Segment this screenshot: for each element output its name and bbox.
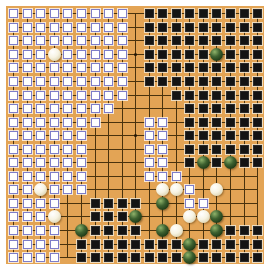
- black-territory-marker: [185, 158, 194, 167]
- white-territory-marker: [104, 50, 113, 59]
- white-territory-marker: [77, 158, 86, 167]
- black-territory-marker: [226, 240, 235, 249]
- go-board[interactable]: [6, 6, 264, 264]
- black-territory-marker: [240, 131, 249, 140]
- white-territory-marker: [36, 118, 45, 127]
- black-territory-marker: [172, 77, 181, 86]
- black-territory-marker: [226, 145, 235, 154]
- black-territory-marker: [212, 145, 221, 154]
- black-territory-marker: [118, 253, 127, 262]
- black-territory-marker: [240, 226, 249, 235]
- white-territory-marker: [9, 158, 18, 167]
- white-territory-marker: [91, 9, 100, 18]
- black-territory-marker: [131, 253, 140, 262]
- black-territory-marker: [199, 36, 208, 45]
- white-territory-marker: [9, 91, 18, 100]
- white-territory-marker: [23, 240, 32, 249]
- white-territory-marker: [23, 118, 32, 127]
- white-territory-marker: [63, 91, 72, 100]
- black-territory-marker: [131, 240, 140, 249]
- black-territory-marker: [185, 50, 194, 59]
- white-territory-marker: [104, 9, 113, 18]
- black-territory-marker: [212, 77, 221, 86]
- black-territory-marker: [91, 199, 100, 208]
- white-territory-marker: [172, 172, 181, 181]
- black-territory-marker: [91, 212, 100, 221]
- white-territory-marker: [9, 63, 18, 72]
- black-stone: [156, 197, 169, 210]
- white-territory-marker: [77, 50, 86, 59]
- black-territory-marker: [185, 131, 194, 140]
- black-stone: [183, 238, 196, 251]
- black-territory-marker: [240, 50, 249, 59]
- black-territory-marker: [199, 131, 208, 140]
- white-territory-marker: [199, 199, 208, 208]
- black-territory-marker: [185, 145, 194, 154]
- black-territory-marker: [253, 91, 262, 100]
- white-territory-marker: [9, 104, 18, 113]
- black-territory-marker: [185, 104, 194, 113]
- white-territory-marker: [63, 172, 72, 181]
- white-territory-marker: [50, 226, 59, 235]
- black-territory-marker: [226, 63, 235, 72]
- black-territory-marker: [158, 36, 167, 45]
- star-point: [134, 134, 137, 137]
- white-territory-marker: [36, 240, 45, 249]
- white-territory-marker: [185, 199, 194, 208]
- white-territory-marker: [118, 63, 127, 72]
- white-territory-marker: [91, 63, 100, 72]
- white-territory-marker: [23, 145, 32, 154]
- black-territory-marker: [185, 23, 194, 32]
- black-territory-marker: [199, 145, 208, 154]
- black-territory-marker: [172, 36, 181, 45]
- black-stone: [75, 224, 88, 237]
- black-territory-marker: [226, 23, 235, 32]
- black-territory-marker: [240, 77, 249, 86]
- black-stone: [156, 224, 169, 237]
- black-territory-marker: [145, 77, 154, 86]
- black-territory-marker: [185, 9, 194, 18]
- black-territory-marker: [253, 63, 262, 72]
- white-territory-marker: [23, 77, 32, 86]
- white-territory-marker: [63, 131, 72, 140]
- white-territory-marker: [63, 23, 72, 32]
- black-territory-marker: [199, 240, 208, 249]
- white-territory-marker: [50, 199, 59, 208]
- white-territory-marker: [104, 36, 113, 45]
- white-territory-marker: [9, 172, 18, 181]
- black-territory-marker: [253, 9, 262, 18]
- white-territory-marker: [36, 104, 45, 113]
- white-territory-marker: [104, 77, 113, 86]
- black-territory-marker: [226, 118, 235, 127]
- white-territory-marker: [118, 9, 127, 18]
- black-territory-marker: [199, 77, 208, 86]
- white-territory-marker: [36, 23, 45, 32]
- white-territory-marker: [50, 158, 59, 167]
- white-territory-marker: [9, 199, 18, 208]
- black-territory-marker: [240, 36, 249, 45]
- white-territory-marker: [36, 91, 45, 100]
- black-territory-marker: [253, 36, 262, 45]
- white-territory-marker: [50, 131, 59, 140]
- white-territory-marker: [50, 91, 59, 100]
- white-territory-marker: [9, 77, 18, 86]
- white-territory-marker: [9, 185, 18, 194]
- white-territory-marker: [9, 240, 18, 249]
- white-territory-marker: [23, 50, 32, 59]
- white-territory-marker: [36, 131, 45, 140]
- black-territory-marker: [199, 50, 208, 59]
- black-territory-marker: [240, 240, 249, 249]
- white-territory-marker: [145, 118, 154, 127]
- white-territory-marker: [9, 253, 18, 262]
- black-territory-marker: [212, 9, 221, 18]
- white-territory-marker: [118, 50, 127, 59]
- white-territory-marker: [158, 118, 167, 127]
- black-territory-marker: [212, 91, 221, 100]
- white-territory-marker: [50, 172, 59, 181]
- white-territory-marker: [50, 23, 59, 32]
- black-territory-marker: [172, 23, 181, 32]
- white-territory-marker: [36, 63, 45, 72]
- black-territory-marker: [185, 77, 194, 86]
- white-territory-marker: [36, 253, 45, 262]
- white-territory-marker: [23, 172, 32, 181]
- white-territory-marker: [77, 118, 86, 127]
- white-territory-marker: [63, 118, 72, 127]
- black-territory-marker: [212, 131, 221, 140]
- white-territory-marker: [63, 145, 72, 154]
- white-territory-marker: [23, 104, 32, 113]
- black-territory-marker: [104, 226, 113, 235]
- black-territory-marker: [226, 104, 235, 113]
- white-territory-marker: [91, 77, 100, 86]
- black-territory-marker: [253, 23, 262, 32]
- black-territory-marker: [104, 212, 113, 221]
- white-territory-marker: [23, 199, 32, 208]
- black-territory-marker: [118, 226, 127, 235]
- black-territory-marker: [145, 253, 154, 262]
- black-territory-marker: [104, 253, 113, 262]
- white-territory-marker: [63, 185, 72, 194]
- black-territory-marker: [91, 240, 100, 249]
- white-stone: [170, 183, 183, 196]
- white-territory-marker: [23, 63, 32, 72]
- white-territory-marker: [77, 63, 86, 72]
- white-territory-marker: [77, 172, 86, 181]
- white-stone: [183, 210, 196, 223]
- white-territory-marker: [9, 212, 18, 221]
- go-app-window: [0, 0, 270, 270]
- black-territory-marker: [145, 9, 154, 18]
- white-territory-marker: [118, 77, 127, 86]
- black-stone: [183, 251, 196, 264]
- white-territory-marker: [36, 36, 45, 45]
- black-territory-marker: [226, 50, 235, 59]
- white-territory-marker: [9, 226, 18, 235]
- black-territory-marker: [145, 36, 154, 45]
- black-territory-marker: [77, 253, 86, 262]
- white-territory-marker: [104, 91, 113, 100]
- white-territory-marker: [9, 145, 18, 154]
- black-territory-marker: [212, 63, 221, 72]
- black-territory-marker: [199, 91, 208, 100]
- white-territory-marker: [91, 118, 100, 127]
- white-territory-marker: [50, 240, 59, 249]
- black-territory-marker: [172, 253, 181, 262]
- black-territory-marker: [226, 77, 235, 86]
- white-territory-marker: [158, 145, 167, 154]
- white-territory-marker: [50, 253, 59, 262]
- black-territory-marker: [226, 253, 235, 262]
- black-territory-marker: [212, 158, 221, 167]
- white-territory-marker: [118, 23, 127, 32]
- black-territory-marker: [226, 9, 235, 18]
- black-territory-marker: [158, 23, 167, 32]
- white-territory-marker: [91, 91, 100, 100]
- black-territory-marker: [172, 50, 181, 59]
- white-stone: [210, 183, 223, 196]
- black-stone: [210, 224, 223, 237]
- black-territory-marker: [185, 63, 194, 72]
- white-territory-marker: [36, 172, 45, 181]
- white-stone: [48, 48, 61, 61]
- black-territory-marker: [253, 145, 262, 154]
- black-territory-marker: [212, 36, 221, 45]
- white-territory-marker: [50, 118, 59, 127]
- black-territory-marker: [158, 50, 167, 59]
- white-territory-marker: [77, 36, 86, 45]
- black-territory-marker: [104, 199, 113, 208]
- black-territory-marker: [226, 36, 235, 45]
- white-territory-marker: [36, 145, 45, 154]
- white-territory-marker: [23, 226, 32, 235]
- white-territory-marker: [63, 158, 72, 167]
- black-territory-marker: [212, 23, 221, 32]
- white-territory-marker: [63, 104, 72, 113]
- white-territory-marker: [158, 131, 167, 140]
- white-territory-marker: [63, 77, 72, 86]
- black-territory-marker: [199, 9, 208, 18]
- black-territory-marker: [158, 240, 167, 249]
- black-territory-marker: [131, 226, 140, 235]
- black-territory-marker: [172, 9, 181, 18]
- white-territory-marker: [118, 91, 127, 100]
- white-territory-marker: [9, 36, 18, 45]
- black-territory-marker: [199, 23, 208, 32]
- black-territory-marker: [253, 253, 262, 262]
- white-territory-marker: [145, 158, 154, 167]
- white-territory-marker: [91, 50, 100, 59]
- white-stone: [170, 224, 183, 237]
- white-territory-marker: [185, 185, 194, 194]
- white-territory-marker: [23, 212, 32, 221]
- black-territory-marker: [253, 158, 262, 167]
- white-stone: [34, 183, 47, 196]
- white-territory-marker: [9, 23, 18, 32]
- black-territory-marker: [91, 253, 100, 262]
- black-territory-marker: [118, 212, 127, 221]
- black-stone: [224, 156, 237, 169]
- black-territory-marker: [145, 23, 154, 32]
- black-stone: [210, 48, 223, 61]
- white-territory-marker: [9, 50, 18, 59]
- white-territory-marker: [77, 104, 86, 113]
- black-territory-marker: [240, 104, 249, 113]
- black-territory-marker: [145, 50, 154, 59]
- black-territory-marker: [240, 158, 249, 167]
- white-territory-marker: [91, 104, 100, 113]
- black-territory-marker: [145, 240, 154, 249]
- white-territory-marker: [50, 145, 59, 154]
- black-territory-marker: [212, 253, 221, 262]
- white-territory-marker: [145, 131, 154, 140]
- white-territory-marker: [145, 172, 154, 181]
- white-territory-marker: [63, 63, 72, 72]
- black-territory-marker: [240, 9, 249, 18]
- black-territory-marker: [226, 131, 235, 140]
- white-territory-marker: [23, 23, 32, 32]
- black-territory-marker: [158, 77, 167, 86]
- white-territory-marker: [50, 63, 59, 72]
- black-territory-marker: [185, 91, 194, 100]
- white-territory-marker: [77, 145, 86, 154]
- white-territory-marker: [50, 104, 59, 113]
- white-territory-marker: [63, 36, 72, 45]
- white-territory-marker: [23, 158, 32, 167]
- black-territory-marker: [253, 50, 262, 59]
- white-territory-marker: [77, 9, 86, 18]
- black-territory-marker: [212, 104, 221, 113]
- white-territory-marker: [23, 253, 32, 262]
- white-territory-marker: [36, 212, 45, 221]
- black-territory-marker: [253, 226, 262, 235]
- white-territory-marker: [104, 104, 113, 113]
- white-territory-marker: [77, 91, 86, 100]
- white-territory-marker: [77, 185, 86, 194]
- black-territory-marker: [131, 199, 140, 208]
- white-territory-marker: [23, 36, 32, 45]
- white-territory-marker: [50, 185, 59, 194]
- black-territory-marker: [199, 118, 208, 127]
- black-territory-marker: [145, 63, 154, 72]
- black-stone: [129, 210, 142, 223]
- black-territory-marker: [240, 145, 249, 154]
- black-territory-marker: [240, 23, 249, 32]
- black-territory-marker: [240, 91, 249, 100]
- black-territory-marker: [158, 63, 167, 72]
- black-stone: [197, 156, 210, 169]
- star-point: [134, 53, 137, 56]
- white-territory-marker: [77, 77, 86, 86]
- white-territory-marker: [118, 36, 127, 45]
- white-stone: [48, 210, 61, 223]
- black-territory-marker: [253, 240, 262, 249]
- white-territory-marker: [50, 77, 59, 86]
- black-territory-marker: [172, 91, 181, 100]
- black-territory-marker: [253, 77, 262, 86]
- black-territory-marker: [172, 240, 181, 249]
- white-territory-marker: [36, 50, 45, 59]
- white-territory-marker: [23, 185, 32, 194]
- white-stone: [156, 183, 169, 196]
- white-territory-marker: [63, 50, 72, 59]
- black-territory-marker: [240, 253, 249, 262]
- black-territory-marker: [199, 253, 208, 262]
- white-territory-marker: [91, 23, 100, 32]
- black-territory-marker: [226, 226, 235, 235]
- white-territory-marker: [36, 226, 45, 235]
- white-stone: [197, 210, 210, 223]
- white-territory-marker: [9, 131, 18, 140]
- white-territory-marker: [104, 23, 113, 32]
- black-territory-marker: [253, 131, 262, 140]
- white-territory-marker: [77, 131, 86, 140]
- black-territory-marker: [212, 240, 221, 249]
- white-territory-marker: [158, 172, 167, 181]
- black-territory-marker: [158, 253, 167, 262]
- black-territory-marker: [253, 104, 262, 113]
- black-territory-marker: [226, 91, 235, 100]
- white-territory-marker: [145, 145, 154, 154]
- black-territory-marker: [240, 118, 249, 127]
- white-territory-marker: [50, 9, 59, 18]
- white-territory-marker: [63, 9, 72, 18]
- black-territory-marker: [199, 104, 208, 113]
- black-territory-marker: [253, 118, 262, 127]
- white-territory-marker: [23, 9, 32, 18]
- black-stone: [210, 210, 223, 223]
- white-territory-marker: [36, 158, 45, 167]
- black-territory-marker: [185, 36, 194, 45]
- white-territory-marker: [104, 63, 113, 72]
- black-territory-marker: [199, 63, 208, 72]
- white-territory-marker: [91, 36, 100, 45]
- white-territory-marker: [36, 77, 45, 86]
- white-territory-marker: [36, 199, 45, 208]
- black-territory-marker: [240, 63, 249, 72]
- white-territory-marker: [36, 9, 45, 18]
- black-territory-marker: [118, 240, 127, 249]
- black-territory-marker: [91, 226, 100, 235]
- black-territory-marker: [77, 240, 86, 249]
- white-territory-marker: [9, 9, 18, 18]
- black-territory-marker: [172, 63, 181, 72]
- black-territory-marker: [118, 199, 127, 208]
- white-territory-marker: [50, 36, 59, 45]
- black-territory-marker: [212, 118, 221, 127]
- black-territory-marker: [158, 9, 167, 18]
- black-territory-marker: [185, 118, 194, 127]
- white-territory-marker: [158, 158, 167, 167]
- white-territory-marker: [77, 23, 86, 32]
- black-territory-marker: [104, 240, 113, 249]
- white-territory-marker: [9, 118, 18, 127]
- white-territory-marker: [23, 131, 32, 140]
- white-territory-marker: [23, 91, 32, 100]
